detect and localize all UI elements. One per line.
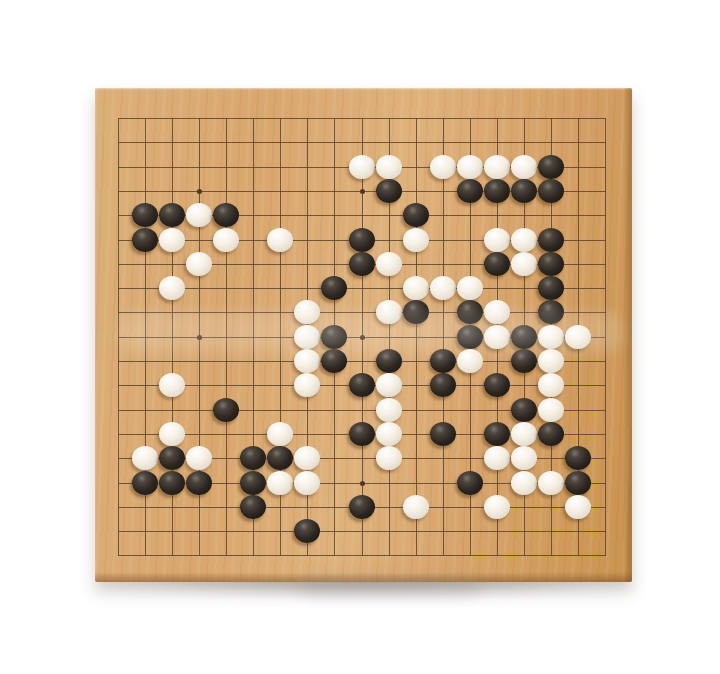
board-side-edge-right: [623, 88, 632, 582]
white-stone: [294, 471, 320, 495]
star-point: [360, 189, 365, 194]
black-stone: [213, 203, 239, 227]
black-stone: [267, 446, 293, 470]
white-stone: [457, 276, 483, 300]
white-stone: [430, 155, 456, 179]
white-stone: [403, 495, 429, 519]
black-stone: [430, 373, 456, 397]
white-stone: [159, 373, 185, 397]
white-stone: [376, 422, 402, 446]
black-stone: [132, 228, 158, 252]
black-stone: [159, 446, 185, 470]
white-stone: [294, 349, 320, 373]
black-stone: [511, 349, 537, 373]
white-stone: [538, 373, 564, 397]
white-stone: [538, 349, 564, 373]
white-stone: [511, 446, 537, 470]
white-stone: [538, 471, 564, 495]
white-stone: [376, 252, 402, 276]
black-stone: [403, 203, 429, 227]
grid-line: [118, 555, 606, 556]
black-stone: [484, 373, 510, 397]
white-stone: [376, 446, 402, 470]
black-stone: [321, 276, 347, 300]
watermark-overlay: [300, 575, 480, 597]
black-stone: [349, 422, 375, 446]
white-stone: [267, 228, 293, 252]
black-stone: [484, 252, 510, 276]
black-stone: [538, 179, 564, 203]
black-stone: [484, 179, 510, 203]
black-stone: [430, 422, 456, 446]
black-stone: [132, 203, 158, 227]
black-stone: [538, 155, 564, 179]
white-stone: [484, 446, 510, 470]
black-stone: [565, 471, 591, 495]
black-stone: [538, 276, 564, 300]
white-stone: [511, 471, 537, 495]
white-stone: [403, 228, 429, 252]
black-stone: [159, 203, 185, 227]
black-stone: [186, 471, 212, 495]
black-stone: [430, 349, 456, 373]
white-stone: [538, 398, 564, 422]
white-stone: [457, 155, 483, 179]
star-point: [360, 481, 365, 486]
black-stone: [349, 228, 375, 252]
black-stone: [349, 495, 375, 519]
black-stone: [240, 446, 266, 470]
white-stone: [186, 252, 212, 276]
grid-line: [118, 531, 606, 532]
white-stone: [511, 252, 537, 276]
black-stone: [457, 179, 483, 203]
white-stone: [511, 422, 537, 446]
black-stone: [376, 349, 402, 373]
black-stone: [484, 422, 510, 446]
white-stone: [349, 155, 375, 179]
white-stone: [186, 446, 212, 470]
photo-canvas: [0, 0, 720, 674]
white-stone: [132, 446, 158, 470]
white-stone: [294, 373, 320, 397]
white-stone: [484, 228, 510, 252]
black-stone: [213, 398, 239, 422]
white-stone: [511, 228, 537, 252]
white-stone: [403, 276, 429, 300]
white-stone: [430, 276, 456, 300]
black-stone: [538, 228, 564, 252]
white-stone: [511, 155, 537, 179]
white-stone: [267, 471, 293, 495]
white-stone: [565, 495, 591, 519]
white-stone: [484, 495, 510, 519]
black-stone: [538, 252, 564, 276]
black-stone: [240, 495, 266, 519]
white-stone: [267, 422, 293, 446]
white-stone: [376, 155, 402, 179]
black-stone: [349, 373, 375, 397]
black-stone: [159, 471, 185, 495]
black-stone: [240, 471, 266, 495]
black-stone: [321, 349, 347, 373]
black-stone: [294, 519, 320, 543]
white-stone: [484, 155, 510, 179]
black-stone: [376, 179, 402, 203]
white-stone: [457, 349, 483, 373]
white-stone: [294, 446, 320, 470]
black-stone: [511, 179, 537, 203]
white-stone: [159, 276, 185, 300]
star-point: [197, 189, 202, 194]
black-stone: [132, 471, 158, 495]
white-stone: [213, 228, 239, 252]
black-stone: [565, 446, 591, 470]
white-stone: [159, 228, 185, 252]
black-stone: [349, 252, 375, 276]
white-stone: [376, 398, 402, 422]
white-stone: [376, 373, 402, 397]
watermark-overlay: [118, 312, 623, 352]
black-stone: [538, 422, 564, 446]
white-stone: [159, 422, 185, 446]
black-stone: [511, 398, 537, 422]
white-stone: [186, 203, 212, 227]
black-stone: [457, 471, 483, 495]
